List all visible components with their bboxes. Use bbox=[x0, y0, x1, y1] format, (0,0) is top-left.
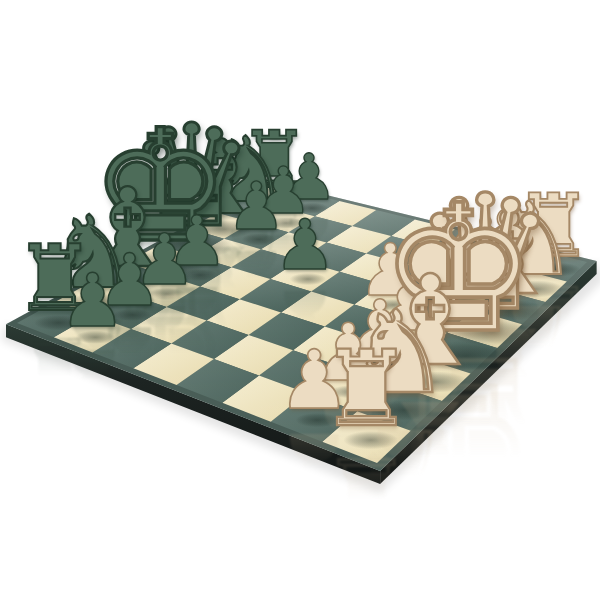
piece-white-rook-h1[interactable]: ♜ bbox=[320, 337, 414, 442]
chess-set-photo: ♜♟♞♟♝♟♛♟♚♜♟♟♟♝♞♟♟♞♟♝♟♜♛♟♟♚♟♝♟♞♟♜♜♟♞♟♝♟♛♟… bbox=[0, 0, 600, 600]
piece-black-pawn-d5[interactable]: ♟ bbox=[274, 211, 336, 281]
piece-black-pawn-h7[interactable]: ♟ bbox=[59, 264, 125, 338]
